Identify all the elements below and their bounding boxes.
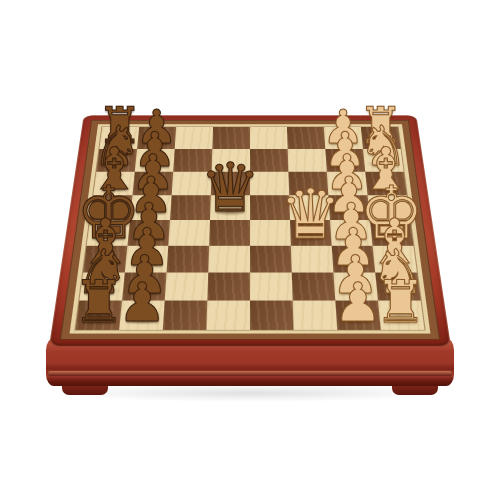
square-e7[interactable] xyxy=(127,220,170,246)
square-f5[interactable] xyxy=(208,246,250,273)
square-c7[interactable] xyxy=(132,172,173,196)
box-molding xyxy=(48,371,452,376)
square-g4[interactable] xyxy=(250,273,293,301)
square-f6[interactable] xyxy=(167,246,210,273)
square-b5[interactable] xyxy=(212,149,250,172)
board-inner-border xyxy=(70,124,431,333)
square-b6[interactable] xyxy=(173,149,212,172)
square-a6[interactable] xyxy=(175,127,213,149)
square-g2[interactable] xyxy=(333,273,377,301)
square-d8[interactable] xyxy=(90,195,132,220)
square-c4[interactable] xyxy=(250,172,289,196)
square-d1[interactable] xyxy=(368,195,410,220)
square-d7[interactable] xyxy=(130,195,172,220)
square-f2[interactable] xyxy=(332,246,375,273)
square-f4[interactable] xyxy=(250,246,292,273)
board-outer-border xyxy=(60,120,440,340)
square-b7[interactable] xyxy=(135,149,175,172)
square-f3[interactable] xyxy=(291,246,334,273)
square-d4[interactable] xyxy=(250,195,290,220)
square-b3[interactable] xyxy=(288,149,327,172)
square-f7[interactable] xyxy=(125,246,168,273)
square-a1[interactable] xyxy=(361,127,401,149)
square-e4[interactable] xyxy=(250,220,291,246)
square-h2[interactable] xyxy=(335,301,381,330)
square-b4[interactable] xyxy=(250,149,288,172)
square-d3[interactable] xyxy=(289,195,330,220)
square-g7[interactable] xyxy=(122,273,166,301)
square-g6[interactable] xyxy=(165,273,209,301)
square-h5[interactable] xyxy=(206,301,250,330)
square-e6[interactable] xyxy=(168,220,210,246)
square-g8[interactable] xyxy=(79,273,124,301)
square-a3[interactable] xyxy=(287,127,325,149)
square-a5[interactable] xyxy=(212,127,250,149)
square-g3[interactable] xyxy=(292,273,336,301)
board-frame xyxy=(49,115,451,346)
square-c3[interactable] xyxy=(288,172,328,196)
square-a2[interactable] xyxy=(324,127,363,149)
square-h3[interactable] xyxy=(293,301,338,330)
square-e8[interactable] xyxy=(87,220,130,246)
square-h4[interactable] xyxy=(250,301,294,330)
square-e2[interactable] xyxy=(330,220,373,246)
square-d5[interactable] xyxy=(210,195,250,220)
square-g1[interactable] xyxy=(375,273,420,301)
square-g5[interactable] xyxy=(207,273,250,301)
square-f1[interactable] xyxy=(373,246,417,273)
square-h1[interactable] xyxy=(378,301,425,330)
square-b1[interactable] xyxy=(363,149,404,172)
square-h7[interactable] xyxy=(119,301,165,330)
square-e3[interactable] xyxy=(290,220,332,246)
square-a4[interactable] xyxy=(250,127,288,149)
square-e1[interactable] xyxy=(370,220,413,246)
floor-shadow xyxy=(50,384,450,402)
square-d2[interactable] xyxy=(328,195,370,220)
square-d6[interactable] xyxy=(170,195,211,220)
square-h6[interactable] xyxy=(163,301,208,330)
square-c5[interactable] xyxy=(211,172,250,196)
square-c6[interactable] xyxy=(172,172,212,196)
chessboard xyxy=(49,115,451,346)
square-c8[interactable] xyxy=(93,172,135,196)
board-grid xyxy=(76,127,425,330)
square-a7[interactable] xyxy=(137,127,176,149)
square-b8[interactable] xyxy=(96,149,137,172)
square-e5[interactable] xyxy=(209,220,250,246)
square-h8[interactable] xyxy=(76,301,123,330)
square-c1[interactable] xyxy=(365,172,407,196)
square-c2[interactable] xyxy=(327,172,368,196)
square-f8[interactable] xyxy=(83,246,127,273)
square-b2[interactable] xyxy=(325,149,365,172)
square-a8[interactable] xyxy=(99,127,139,149)
chess-set-photo: ♜♟♟♜♞♟♟♞♝♟♟♝♟♛♟♚♟♛♟♚♝♟♟♝♞♟♟♞♜♟♟♜ xyxy=(0,0,500,500)
